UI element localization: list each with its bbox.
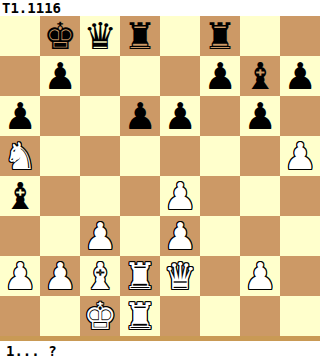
square-g8[interactable] [240, 16, 280, 56]
square-a3[interactable] [0, 216, 40, 256]
piece-black-king[interactable]: ♚ [43, 18, 76, 55]
square-a6[interactable]: ♟ [0, 96, 40, 136]
square-d5[interactable] [120, 136, 160, 176]
piece-white-rook[interactable]: ♜ [123, 258, 156, 295]
square-h6[interactable] [280, 96, 320, 136]
square-d1[interactable]: ♜ [120, 296, 160, 336]
square-f1[interactable] [200, 296, 240, 336]
square-e3[interactable]: ♟ [160, 216, 200, 256]
square-g2[interactable]: ♟ [240, 256, 280, 296]
piece-black-pawn[interactable]: ♟ [43, 58, 76, 95]
piece-white-pawn[interactable]: ♟ [163, 178, 196, 215]
square-a5[interactable]: ♞ [0, 136, 40, 176]
piece-white-pawn[interactable]: ♟ [243, 258, 276, 295]
square-b7[interactable]: ♟ [40, 56, 80, 96]
square-g3[interactable] [240, 216, 280, 256]
move-prompt-bar: 1... ? [0, 341, 320, 360]
square-e4[interactable]: ♟ [160, 176, 200, 216]
square-c5[interactable] [80, 136, 120, 176]
square-d6[interactable]: ♟ [120, 96, 160, 136]
square-h7[interactable]: ♟ [280, 56, 320, 96]
piece-black-bishop[interactable]: ♝ [243, 58, 276, 95]
square-g5[interactable] [240, 136, 280, 176]
square-e2[interactable]: ♛ [160, 256, 200, 296]
square-b5[interactable] [40, 136, 80, 176]
square-f3[interactable] [200, 216, 240, 256]
square-d2[interactable]: ♜ [120, 256, 160, 296]
square-d7[interactable] [120, 56, 160, 96]
square-a2[interactable]: ♟ [0, 256, 40, 296]
piece-white-pawn[interactable]: ♟ [83, 218, 116, 255]
piece-black-pawn[interactable]: ♟ [163, 98, 196, 135]
square-g1[interactable] [240, 296, 280, 336]
square-b4[interactable] [40, 176, 80, 216]
square-e7[interactable] [160, 56, 200, 96]
square-d4[interactable] [120, 176, 160, 216]
square-a1[interactable] [0, 296, 40, 336]
piece-white-pawn[interactable]: ♟ [3, 258, 36, 295]
square-e8[interactable] [160, 16, 200, 56]
piece-black-rook[interactable]: ♜ [123, 18, 156, 55]
square-b8[interactable]: ♚ [40, 16, 80, 56]
square-a8[interactable] [0, 16, 40, 56]
piece-white-rook[interactable]: ♜ [123, 298, 156, 335]
square-c4[interactable] [80, 176, 120, 216]
square-c2[interactable]: ♝ [80, 256, 120, 296]
square-f8[interactable]: ♜ [200, 16, 240, 56]
square-e5[interactable] [160, 136, 200, 176]
square-h4[interactable] [280, 176, 320, 216]
square-d8[interactable]: ♜ [120, 16, 160, 56]
piece-black-bishop[interactable]: ♝ [3, 178, 36, 215]
piece-black-rook[interactable]: ♜ [203, 18, 236, 55]
square-f7[interactable]: ♟ [200, 56, 240, 96]
piece-black-pawn[interactable]: ♟ [243, 98, 276, 135]
square-h1[interactable] [280, 296, 320, 336]
square-c8[interactable]: ♛ [80, 16, 120, 56]
piece-white-bishop[interactable]: ♝ [83, 258, 116, 295]
piece-black-pawn[interactable]: ♟ [203, 58, 236, 95]
square-f4[interactable] [200, 176, 240, 216]
piece-white-queen[interactable]: ♛ [163, 258, 196, 295]
piece-black-queen[interactable]: ♛ [83, 18, 116, 55]
square-h8[interactable] [280, 16, 320, 56]
square-c7[interactable] [80, 56, 120, 96]
square-b2[interactable]: ♟ [40, 256, 80, 296]
square-b3[interactable] [40, 216, 80, 256]
square-a7[interactable] [0, 56, 40, 96]
puzzle-title: T1.1116 [0, 0, 61, 16]
chess-board: ♚♛♜♜♟♟♝♟♟♟♟♟♞♟♝♟♟♟♟♟♝♜♛♟♚♜ [0, 16, 320, 336]
square-b1[interactable] [40, 296, 80, 336]
piece-white-king[interactable]: ♚ [83, 298, 116, 335]
square-d3[interactable] [120, 216, 160, 256]
square-c1[interactable]: ♚ [80, 296, 120, 336]
square-a4[interactable]: ♝ [0, 176, 40, 216]
square-b6[interactable] [40, 96, 80, 136]
piece-black-pawn[interactable]: ♟ [3, 98, 36, 135]
piece-white-pawn[interactable]: ♟ [283, 138, 316, 175]
piece-white-knight[interactable]: ♞ [3, 138, 36, 175]
piece-white-pawn[interactable]: ♟ [43, 258, 76, 295]
square-g6[interactable]: ♟ [240, 96, 280, 136]
square-g4[interactable] [240, 176, 280, 216]
square-h2[interactable] [280, 256, 320, 296]
piece-white-pawn[interactable]: ♟ [163, 218, 196, 255]
square-e1[interactable] [160, 296, 200, 336]
square-e6[interactable]: ♟ [160, 96, 200, 136]
move-prompt: 1... ? [0, 343, 57, 359]
square-h3[interactable] [280, 216, 320, 256]
square-f2[interactable] [200, 256, 240, 296]
square-c3[interactable]: ♟ [80, 216, 120, 256]
square-c6[interactable] [80, 96, 120, 136]
square-g7[interactable]: ♝ [240, 56, 280, 96]
piece-black-pawn[interactable]: ♟ [283, 58, 316, 95]
square-f6[interactable] [200, 96, 240, 136]
piece-black-pawn[interactable]: ♟ [123, 98, 156, 135]
square-f5[interactable] [200, 136, 240, 176]
square-h5[interactable]: ♟ [280, 136, 320, 176]
puzzle-title-bar: T1.1116 [0, 0, 320, 16]
